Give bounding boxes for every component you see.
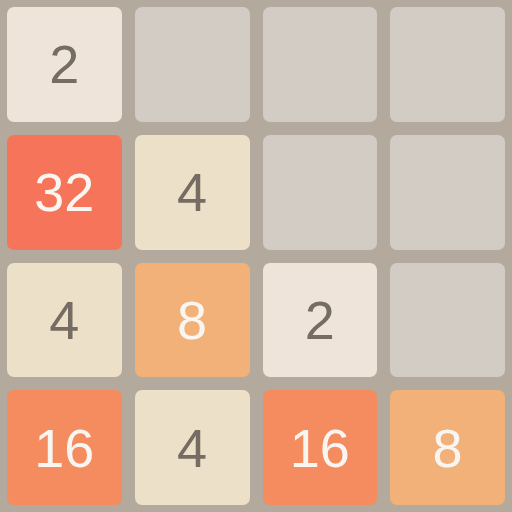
board-grid[interactable]: 2324482164168 (0, 0, 512, 512)
tile-32: 32 (7, 135, 122, 250)
empty-cell (390, 135, 505, 250)
tile-16: 16 (7, 390, 122, 505)
tile-2: 2 (7, 7, 122, 122)
tile-8: 8 (135, 263, 250, 378)
tile-8: 8 (390, 390, 505, 505)
tile-4: 4 (135, 135, 250, 250)
empty-cell (135, 7, 250, 122)
tile-16: 16 (263, 390, 378, 505)
empty-cell (390, 7, 505, 122)
tile-4: 4 (7, 263, 122, 378)
tile-2: 2 (263, 263, 378, 378)
empty-cell (263, 7, 378, 122)
empty-cell (263, 135, 378, 250)
tile-4: 4 (135, 390, 250, 505)
empty-cell (390, 263, 505, 378)
